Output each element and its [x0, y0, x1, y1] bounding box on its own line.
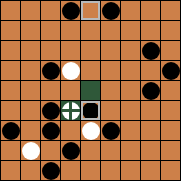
cell-c4[interactable]	[41, 101, 60, 120]
cell-g6[interactable]	[121, 61, 140, 80]
cell-d2[interactable]	[61, 141, 80, 160]
cell-g8[interactable]	[121, 21, 140, 40]
cell-b8[interactable]	[21, 21, 40, 40]
cell-b3[interactable]	[21, 121, 40, 140]
cell-b6[interactable]	[21, 61, 40, 80]
cell-b9[interactable]	[21, 1, 40, 20]
cell-i5[interactable]	[161, 81, 180, 100]
cell-c1[interactable]	[41, 161, 60, 180]
cell-h4[interactable]	[141, 101, 160, 120]
white-stone-b2[interactable]	[22, 142, 40, 160]
cell-h8[interactable]	[141, 21, 160, 40]
cell-h7[interactable]	[141, 41, 160, 60]
black-stone-c4[interactable]	[42, 102, 60, 120]
cell-h2[interactable]	[141, 141, 160, 160]
cell-c7[interactable]	[41, 41, 60, 60]
cell-f6[interactable]	[101, 61, 120, 80]
cell-h5[interactable]	[141, 81, 160, 100]
cell-c3[interactable]	[41, 121, 60, 140]
cell-g5[interactable]	[121, 81, 140, 100]
cell-c5[interactable]	[41, 81, 60, 100]
cell-a2[interactable]	[1, 141, 20, 160]
cell-i1[interactable]	[161, 161, 180, 180]
cell-c9[interactable]	[41, 1, 60, 20]
cell-h3[interactable]	[141, 121, 160, 140]
cell-g2[interactable]	[121, 141, 140, 160]
cell-d4[interactable]	[61, 101, 80, 120]
cell-f8[interactable]	[101, 21, 120, 40]
black-stone-d2[interactable]	[62, 142, 80, 160]
cell-i6[interactable]	[161, 61, 180, 80]
black-stone-c3[interactable]	[42, 122, 60, 140]
black-stone-i6[interactable]	[162, 62, 180, 80]
cell-g7[interactable]	[121, 41, 140, 60]
cell-a8[interactable]	[1, 21, 20, 40]
black-stone-a3[interactable]	[2, 122, 20, 140]
black-stone-h5[interactable]	[142, 82, 160, 100]
cell-b1[interactable]	[21, 161, 40, 180]
king-cross-icon	[61, 109, 80, 112]
last-move-highlight	[81, 1, 100, 20]
cell-e1[interactable]	[81, 161, 100, 180]
cell-c8[interactable]	[41, 21, 60, 40]
cell-f3[interactable]	[101, 121, 120, 140]
cell-d1[interactable]	[61, 161, 80, 180]
game-board	[0, 0, 181, 181]
cell-f9[interactable]	[101, 1, 120, 20]
cell-d8[interactable]	[61, 21, 80, 40]
cell-f7[interactable]	[101, 41, 120, 60]
cell-d9[interactable]	[61, 1, 80, 20]
cell-a7[interactable]	[1, 41, 20, 60]
cell-i3[interactable]	[161, 121, 180, 140]
cell-i8[interactable]	[161, 21, 180, 40]
cell-g3[interactable]	[121, 121, 140, 140]
black-stone-f3[interactable]	[102, 122, 120, 140]
black-stone-h7[interactable]	[142, 42, 160, 60]
black-stone-c1[interactable]	[42, 162, 60, 180]
cell-a3[interactable]	[1, 121, 20, 140]
cell-f2[interactable]	[101, 141, 120, 160]
cell-h9[interactable]	[141, 1, 160, 20]
black-stone-c6[interactable]	[42, 62, 60, 80]
black-stone-e4[interactable]	[82, 102, 100, 120]
cell-i9[interactable]	[161, 1, 180, 20]
cell-b4[interactable]	[21, 101, 40, 120]
cell-d5[interactable]	[61, 81, 80, 100]
cell-f1[interactable]	[101, 161, 120, 180]
cell-g1[interactable]	[121, 161, 140, 180]
cell-e2[interactable]	[81, 141, 100, 160]
cell-h6[interactable]	[141, 61, 160, 80]
white-stone-d6[interactable]	[62, 62, 80, 80]
cell-b7[interactable]	[21, 41, 40, 60]
cell-a1[interactable]	[1, 161, 20, 180]
cell-d6[interactable]	[61, 61, 80, 80]
white-stone-e3[interactable]	[82, 122, 100, 140]
cell-d3[interactable]	[61, 121, 80, 140]
cell-i4[interactable]	[161, 101, 180, 120]
black-stone-f9[interactable]	[102, 2, 120, 20]
cell-e8[interactable]	[81, 21, 100, 40]
cell-c2[interactable]	[41, 141, 60, 160]
cell-i2[interactable]	[161, 141, 180, 160]
cell-a5[interactable]	[1, 81, 20, 100]
cell-e9[interactable]	[81, 1, 100, 20]
cell-f5[interactable]	[101, 81, 120, 100]
cell-a4[interactable]	[1, 101, 20, 120]
cell-d7[interactable]	[61, 41, 80, 60]
black-stone-d9[interactable]	[62, 2, 80, 20]
cell-f4[interactable]	[101, 101, 120, 120]
cell-c6[interactable]	[41, 61, 60, 80]
cell-b5[interactable]	[21, 81, 40, 100]
cell-i7[interactable]	[161, 41, 180, 60]
cell-h1[interactable]	[141, 161, 160, 180]
cell-e6[interactable]	[81, 61, 100, 80]
cell-b2[interactable]	[21, 141, 40, 160]
cell-e7[interactable]	[81, 41, 100, 60]
cell-a9[interactable]	[1, 1, 20, 20]
cell-g9[interactable]	[121, 1, 140, 20]
cell-g4[interactable]	[121, 101, 140, 120]
throne-square-e5[interactable]	[81, 81, 100, 100]
cell-e4[interactable]	[81, 101, 100, 120]
cell-e3[interactable]	[81, 121, 100, 140]
cell-a6[interactable]	[1, 61, 20, 80]
